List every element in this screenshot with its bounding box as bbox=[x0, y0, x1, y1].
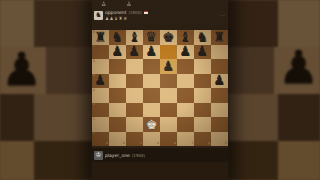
square-b6[interactable] bbox=[109, 59, 126, 74]
top-piece-icons: ♙ ♙ bbox=[101, 0, 141, 7]
square-g4[interactable] bbox=[194, 88, 211, 103]
square-g1[interactable]: g bbox=[194, 132, 211, 147]
top-player-name: opponent bbox=[105, 10, 126, 15]
square-e2[interactable] bbox=[160, 117, 177, 132]
square-a3[interactable]: 3 bbox=[92, 103, 109, 118]
bottom-player-rating: (1500) bbox=[132, 153, 145, 158]
black-rook-h8[interactable]: ♜ bbox=[214, 30, 226, 43]
square-a7[interactable]: 7 bbox=[92, 45, 109, 60]
rank-label-3: 3 bbox=[93, 103, 95, 107]
square-d1[interactable]: d bbox=[143, 132, 160, 147]
top-player-bar: ♞ opponent (1500) ♟♟♝♜♛ ⋯ bbox=[92, 8, 228, 22]
black-king-e8[interactable]: ♚ bbox=[163, 30, 175, 43]
square-f4[interactable] bbox=[177, 88, 194, 103]
black-pawn-a5[interactable]: ♟ bbox=[95, 74, 107, 87]
black-pawn-d7[interactable]: ♟ bbox=[146, 45, 158, 58]
black-bishop-c8[interactable]: ♝ bbox=[129, 30, 141, 43]
video-column: ♙ ♙ ♞ opponent (1500) ♟♟♝♜♛ ⋯ 8♜♞♝♛♚♝♞♜7… bbox=[92, 0, 228, 180]
rank-label-1: 1 bbox=[93, 132, 95, 136]
white-king-d2[interactable]: ♚ bbox=[146, 117, 158, 130]
video-top-strip: ♙ ♙ bbox=[92, 0, 228, 8]
file-label-a: a bbox=[106, 142, 108, 146]
square-g3[interactable] bbox=[194, 103, 211, 118]
square-e3[interactable] bbox=[160, 103, 177, 118]
black-pawn-h5[interactable]: ♟ bbox=[214, 74, 226, 87]
square-e7[interactable] bbox=[160, 45, 177, 60]
flag-icon bbox=[144, 11, 148, 14]
square-d3[interactable] bbox=[143, 103, 160, 118]
video-frame: ♟ ♟ ♙ ♙ ♞ opponent (1500) ♟♟♝♜♛ ⋯ 8♜♞♝♛♚… bbox=[0, 0, 320, 180]
file-label-e: e bbox=[174, 142, 176, 146]
file-label-b: b bbox=[123, 142, 125, 146]
black-queen-d8[interactable]: ♛ bbox=[146, 30, 158, 43]
bottom-player-avatar[interactable]: ♔ bbox=[94, 151, 103, 160]
square-b1[interactable]: b bbox=[109, 132, 126, 147]
square-e4[interactable] bbox=[160, 88, 177, 103]
square-c2[interactable] bbox=[126, 117, 143, 132]
black-bishop-f8[interactable]: ♝ bbox=[180, 30, 192, 43]
black-knight-g8[interactable]: ♞ bbox=[197, 30, 209, 43]
square-b3[interactable] bbox=[109, 103, 126, 118]
square-b8[interactable]: ♞ bbox=[109, 30, 126, 45]
file-label-c: c bbox=[140, 142, 142, 146]
square-b7[interactable]: ♟ bbox=[109, 45, 126, 60]
black-pawn-f7[interactable]: ♟ bbox=[180, 45, 192, 58]
square-h1[interactable]: h bbox=[211, 132, 228, 147]
square-f5[interactable] bbox=[177, 74, 194, 89]
square-h8[interactable]: ♜ bbox=[211, 30, 228, 45]
rank-label-2: 2 bbox=[93, 118, 95, 122]
square-h6[interactable] bbox=[211, 59, 228, 74]
bottom-player-bar: ♔ player_one (1500) bbox=[92, 148, 228, 162]
square-f1[interactable]: f bbox=[177, 132, 194, 147]
square-b5[interactable] bbox=[109, 74, 126, 89]
square-g6[interactable] bbox=[194, 59, 211, 74]
black-pawn-c7[interactable]: ♟ bbox=[129, 45, 141, 58]
rank-label-4: 4 bbox=[93, 89, 95, 93]
square-h7[interactable] bbox=[211, 45, 228, 60]
square-d6[interactable] bbox=[143, 59, 160, 74]
top-player-rating: (1500) bbox=[128, 10, 141, 15]
square-b4[interactable] bbox=[109, 88, 126, 103]
square-c4[interactable] bbox=[126, 88, 143, 103]
file-label-d: d bbox=[157, 142, 159, 146]
square-a6[interactable]: 6 bbox=[92, 59, 109, 74]
top-player-avatar[interactable]: ♞ bbox=[94, 11, 103, 20]
overflow-menu-icon[interactable]: ⋯ bbox=[220, 12, 225, 18]
chess-board[interactable]: 8♜♞♝♛♚♝♞♜7♟♟♟♟♟6♟5♟♟432♚1abcdefgh bbox=[92, 30, 228, 146]
square-c7[interactable]: ♟ bbox=[126, 45, 143, 60]
square-d2[interactable]: ♚ bbox=[143, 117, 160, 132]
square-f3[interactable] bbox=[177, 103, 194, 118]
square-f2[interactable] bbox=[177, 117, 194, 132]
file-label-g: g bbox=[208, 142, 210, 146]
bottom-player-name: player_one bbox=[105, 153, 130, 158]
file-label-h: h bbox=[225, 142, 227, 146]
square-a4[interactable]: 4 bbox=[92, 88, 109, 103]
square-c3[interactable] bbox=[126, 103, 143, 118]
square-f8[interactable]: ♝ bbox=[177, 30, 194, 45]
square-g8[interactable]: ♞ bbox=[194, 30, 211, 45]
square-e1[interactable]: e bbox=[160, 132, 177, 147]
square-d8[interactable]: ♛ bbox=[143, 30, 160, 45]
square-a2[interactable]: 2 bbox=[92, 117, 109, 132]
black-pawn-b7[interactable]: ♟ bbox=[112, 45, 124, 58]
square-f7[interactable]: ♟ bbox=[177, 45, 194, 60]
square-e8[interactable]: ♚ bbox=[160, 30, 177, 45]
square-c1[interactable]: c bbox=[126, 132, 143, 147]
square-a5[interactable]: 5♟ bbox=[92, 74, 109, 89]
square-g5[interactable] bbox=[194, 74, 211, 89]
square-e6[interactable]: ♟ bbox=[160, 59, 177, 74]
black-pawn-g7[interactable]: ♟ bbox=[197, 45, 209, 58]
black-rook-a8[interactable]: ♜ bbox=[95, 30, 107, 43]
square-d4[interactable] bbox=[143, 88, 160, 103]
square-h4[interactable] bbox=[211, 88, 228, 103]
square-g2[interactable] bbox=[194, 117, 211, 132]
square-a1[interactable]: 1a bbox=[92, 132, 109, 147]
black-pawn-e6[interactable]: ♟ bbox=[163, 59, 175, 72]
square-d5[interactable] bbox=[143, 74, 160, 89]
square-c8[interactable]: ♝ bbox=[126, 30, 143, 45]
rank-label-7: 7 bbox=[93, 45, 95, 49]
square-h3[interactable] bbox=[211, 103, 228, 118]
square-g7[interactable]: ♟ bbox=[194, 45, 211, 60]
square-a8[interactable]: 8♜ bbox=[92, 30, 109, 45]
square-h2[interactable] bbox=[211, 117, 228, 132]
square-b2[interactable] bbox=[109, 117, 126, 132]
square-d7[interactable]: ♟ bbox=[143, 45, 160, 60]
video-bottom-strip bbox=[92, 162, 228, 180]
square-f6[interactable] bbox=[177, 59, 194, 74]
top-captured-pieces: ♟♟♝♜♛ bbox=[105, 16, 148, 21]
square-c5[interactable] bbox=[126, 74, 143, 89]
square-e5[interactable] bbox=[160, 74, 177, 89]
square-c6[interactable] bbox=[126, 59, 143, 74]
square-h5[interactable]: ♟ bbox=[211, 74, 228, 89]
rank-label-6: 6 bbox=[93, 60, 95, 64]
black-knight-b8[interactable]: ♞ bbox=[112, 30, 124, 43]
